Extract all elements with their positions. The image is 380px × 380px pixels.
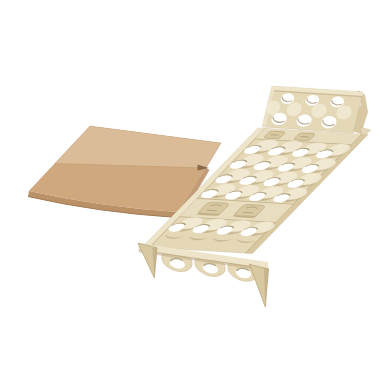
- packaging-illustration: [0, 0, 380, 380]
- near-flap-right-foot: [249, 264, 272, 308]
- pulp-tray-far-flap: [262, 86, 363, 133]
- product-photo: [0, 0, 380, 380]
